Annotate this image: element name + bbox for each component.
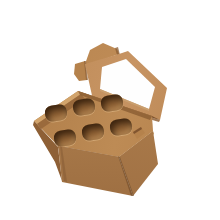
cupcake-cavity-front-center [81, 122, 105, 141]
cupcake-cavity-back-center [72, 97, 96, 116]
cupcake-cavity-front-left [53, 128, 77, 147]
product-photo-cupcake-box [0, 0, 220, 220]
cupcake-cavity-back-left [44, 103, 68, 122]
cupcake-cavity-back-right [100, 93, 124, 112]
cupcake-cavity-front-right [109, 117, 133, 136]
